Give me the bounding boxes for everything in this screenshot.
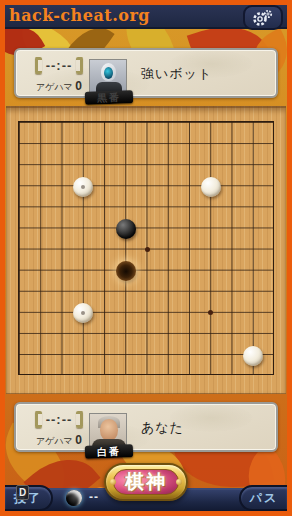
captures-label: アゲハマ	[36, 436, 73, 446]
go-app-window: hack-cheat.org --:-- アゲハマ 0 黒番 強いボット	[0, 0, 292, 516]
captures-count: 0	[75, 79, 82, 93]
star-point	[208, 310, 213, 315]
hoshi-dot-on-stone	[81, 185, 85, 189]
player-turn-banner: 白番	[85, 444, 133, 459]
opponent-timer-value: --:--	[46, 58, 73, 73]
stone-white	[201, 177, 221, 197]
bracket-decoration	[76, 411, 83, 428]
stone-brown	[116, 261, 136, 281]
hoshi-dot-on-stone	[81, 311, 85, 315]
opponent-avatar[interactable]: 黒番	[89, 59, 127, 97]
stone-white	[73, 177, 93, 197]
opponent-name: 強いボット	[141, 65, 212, 83]
pass-button[interactable]: パス	[239, 485, 287, 511]
player-avatar[interactable]: 白番	[89, 413, 127, 451]
captures-count: 0	[75, 433, 82, 447]
go-board-grid[interactable]	[18, 121, 274, 375]
stone-white	[243, 346, 263, 366]
stone-white	[73, 303, 93, 323]
resign-button[interactable]: 投了	[5, 485, 53, 511]
kishin-ai-button[interactable]: 棋神	[104, 463, 188, 501]
opponent-panel: --:-- アゲハマ 0 黒番 強いボット	[14, 48, 278, 98]
bracket-decoration	[35, 411, 42, 428]
player-panel: --:-- アゲハマ 0 白番 あなた	[14, 402, 278, 452]
settings-button[interactable]	[243, 5, 283, 30]
bracket-decoration	[35, 57, 42, 74]
human-face	[100, 419, 118, 441]
black-stone-icon	[66, 490, 82, 506]
kishin-label: 棋神	[113, 469, 179, 495]
bracket-decoration	[76, 57, 83, 74]
opponent-turn-banner: 黒番	[85, 90, 133, 105]
star-point	[145, 247, 150, 252]
player-name: あなた	[141, 419, 184, 437]
gears-icon	[248, 8, 278, 28]
captures-label: アゲハマ	[36, 82, 73, 92]
move-counter: --	[89, 490, 99, 504]
site-title: hack-cheat.org	[9, 6, 150, 25]
go-board	[6, 106, 286, 394]
bot-face	[104, 67, 113, 79]
player-timer: --:--	[24, 409, 94, 429]
player-timer-value: --:--	[46, 412, 73, 427]
overlay-d-badge[interactable]: D	[16, 485, 29, 500]
opponent-timer: --:--	[24, 55, 94, 75]
stone-black	[116, 219, 136, 239]
